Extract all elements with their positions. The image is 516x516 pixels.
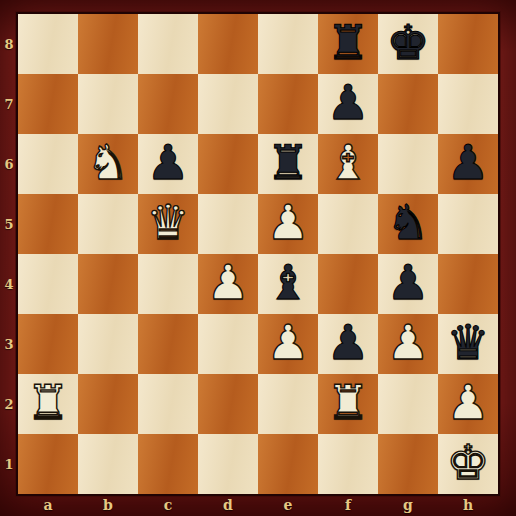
black-pawn-f7-piece: ♟ [326,72,369,132]
square-b5[interactable] [78,194,138,254]
square-d1[interactable] [198,434,258,494]
file-label-b: b [78,494,138,516]
white-pawn-h2-piece: ♟ [446,372,489,432]
square-g7[interactable] [378,74,438,134]
square-c6[interactable]: ♟ [138,134,198,194]
square-h5[interactable] [438,194,498,254]
square-a2[interactable]: ♜ [18,374,78,434]
file-labels: abcdefgh [18,494,498,516]
square-b7[interactable] [78,74,138,134]
file-label-d: d [198,494,258,516]
black-knight-g5-piece: ♞ [386,192,429,252]
square-d8[interactable] [198,14,258,74]
square-c7[interactable] [138,74,198,134]
square-e4[interactable]: ♝ [258,254,318,314]
square-e8[interactable] [258,14,318,74]
white-pawn-d4-piece: ♟ [206,252,249,312]
square-d2[interactable] [198,374,258,434]
white-rook-a2-piece: ♜ [26,372,69,432]
black-queen-h3-piece: ♛ [446,312,489,372]
square-a6[interactable] [18,134,78,194]
square-f5[interactable] [318,194,378,254]
square-d5[interactable] [198,194,258,254]
square-f7[interactable]: ♟ [318,74,378,134]
file-label-f: f [318,494,378,516]
white-pawn-e3-piece: ♟ [266,312,309,372]
square-c2[interactable] [138,374,198,434]
square-g5[interactable]: ♞ [378,194,438,254]
square-e7[interactable] [258,74,318,134]
white-queen-c5-piece: ♛ [146,192,189,252]
square-a1[interactable] [18,434,78,494]
square-f8[interactable]: ♜ [318,14,378,74]
square-e1[interactable] [258,434,318,494]
white-bishop-f6-piece: ♝ [326,132,369,192]
square-a7[interactable] [18,74,78,134]
file-label-c: c [138,494,198,516]
rank-label-2: 2 [0,374,18,434]
square-d7[interactable] [198,74,258,134]
rank-label-5: 5 [0,194,18,254]
white-knight-b6-piece: ♞ [86,132,129,192]
black-bishop-e4-piece: ♝ [266,252,309,312]
square-h7[interactable] [438,74,498,134]
square-h2[interactable]: ♟ [438,374,498,434]
square-b2[interactable] [78,374,138,434]
white-pawn-g3-piece: ♟ [386,312,429,372]
black-rook-f8-piece: ♜ [326,12,369,72]
square-h4[interactable] [438,254,498,314]
square-h6[interactable]: ♟ [438,134,498,194]
file-label-h: h [438,494,498,516]
rank-label-4: 4 [0,254,18,314]
square-a4[interactable] [18,254,78,314]
square-d3[interactable] [198,314,258,374]
square-e5[interactable]: ♟ [258,194,318,254]
square-f1[interactable] [318,434,378,494]
white-rook-f2-piece: ♜ [326,372,369,432]
board-frame: 87654321 ♜♚♟♞♟♜♝♟♛♟♞♟♝♟♟♟♟♛♜♜♟♚ abcdefgh [0,0,516,516]
square-h1[interactable]: ♚ [438,434,498,494]
square-b4[interactable] [78,254,138,314]
square-f3[interactable]: ♟ [318,314,378,374]
square-e2[interactable] [258,374,318,434]
square-f6[interactable]: ♝ [318,134,378,194]
rank-label-1: 1 [0,434,18,494]
square-c3[interactable] [138,314,198,374]
square-f2[interactable]: ♜ [318,374,378,434]
rank-label-8: 8 [0,14,18,74]
square-g6[interactable] [378,134,438,194]
square-a8[interactable] [18,14,78,74]
square-a3[interactable] [18,314,78,374]
square-f4[interactable] [318,254,378,314]
white-king-h1-piece: ♚ [446,432,489,492]
square-g3[interactable]: ♟ [378,314,438,374]
square-b6[interactable]: ♞ [78,134,138,194]
board: ♜♚♟♞♟♜♝♟♛♟♞♟♝♟♟♟♟♛♜♜♟♚ [18,14,498,494]
square-d4[interactable]: ♟ [198,254,258,314]
black-pawn-c6-piece: ♟ [146,132,189,192]
black-rook-e6-piece: ♜ [266,132,309,192]
white-pawn-e5-piece: ♟ [266,192,309,252]
black-pawn-h6-piece: ♟ [446,132,489,192]
square-c8[interactable] [138,14,198,74]
square-e3[interactable]: ♟ [258,314,318,374]
file-label-e: e [258,494,318,516]
square-b1[interactable] [78,434,138,494]
square-g8[interactable]: ♚ [378,14,438,74]
rank-label-3: 3 [0,314,18,374]
file-label-g: g [378,494,438,516]
rank-label-6: 6 [0,134,18,194]
black-pawn-f3-piece: ♟ [326,312,369,372]
square-c5[interactable]: ♛ [138,194,198,254]
square-d6[interactable] [198,134,258,194]
black-king-g8-piece: ♚ [386,12,429,72]
square-h8[interactable] [438,14,498,74]
square-a5[interactable] [18,194,78,254]
square-c1[interactable] [138,434,198,494]
square-h3[interactable]: ♛ [438,314,498,374]
square-b8[interactable] [78,14,138,74]
square-c4[interactable] [138,254,198,314]
square-g4[interactable]: ♟ [378,254,438,314]
square-g1[interactable] [378,434,438,494]
rank-labels: 87654321 [0,14,18,494]
square-e6[interactable]: ♜ [258,134,318,194]
file-label-a: a [18,494,78,516]
rank-label-7: 7 [0,74,18,134]
square-g2[interactable] [378,374,438,434]
square-b3[interactable] [78,314,138,374]
black-pawn-g4-piece: ♟ [386,252,429,312]
